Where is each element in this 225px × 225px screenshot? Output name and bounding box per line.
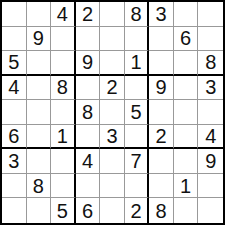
cell-r1c8[interactable] [174,2,199,27]
cell-r4c6[interactable] [125,76,150,101]
given-digit: 5 [57,201,68,221]
cell-r2c9[interactable] [198,27,223,52]
given-digit: 2 [156,126,167,146]
cell-r8c3[interactable] [51,174,76,199]
given-digit: 6 [82,201,93,221]
given-digit: 1 [180,176,191,196]
cell-r8c1[interactable] [2,174,27,199]
cell-r5c4[interactable]: 8 [76,100,101,125]
cell-r2c1[interactable] [2,27,27,52]
cell-r5c1[interactable] [2,100,27,125]
cell-r8c6[interactable] [125,174,150,199]
given-digit: 8 [156,201,167,221]
cell-r3c7[interactable] [149,51,174,76]
cell-r2c4[interactable] [76,27,101,52]
given-digit: 4 [57,4,68,24]
cell-r7c6[interactable]: 7 [125,149,150,174]
cell-r3c4[interactable]: 9 [76,51,101,76]
given-digit: 4 [82,151,93,171]
given-digit: 1 [57,126,68,146]
cell-r3c6[interactable]: 1 [125,51,150,76]
sudoku-grid: 42839659184829385613243479815628 [0,0,225,225]
cell-r4c3[interactable]: 8 [51,76,76,101]
cell-r2c7[interactable] [149,27,174,52]
cell-r6c8[interactable] [174,125,199,150]
cell-r8c5[interactable] [100,174,125,199]
given-digit: 8 [57,77,68,97]
cell-r4c7[interactable]: 9 [149,76,174,101]
given-digit: 3 [8,151,19,171]
cell-r7c4[interactable]: 4 [76,149,101,174]
given-digit: 3 [106,126,117,146]
given-digit: 9 [82,52,93,72]
given-digit: 8 [82,102,93,122]
cell-r2c6[interactable] [125,27,150,52]
cell-r9c1[interactable] [2,198,27,223]
cell-r5c6[interactable]: 5 [125,100,150,125]
cell-r1c1[interactable] [2,2,27,27]
cell-r6c2[interactable] [27,125,52,150]
cell-r2c5[interactable] [100,27,125,52]
cell-r1c2[interactable] [27,2,52,27]
given-digit: 5 [130,102,141,122]
cell-r7c3[interactable] [51,149,76,174]
cell-r8c4[interactable] [76,174,101,199]
cell-r9c4[interactable]: 6 [76,198,101,223]
cell-r6c9[interactable]: 4 [198,125,223,150]
given-digit: 3 [156,4,167,24]
cell-r3c9[interactable]: 8 [198,51,223,76]
cell-r5c9[interactable] [198,100,223,125]
cell-r3c1[interactable]: 5 [2,51,27,76]
cell-r9c8[interactable] [174,198,199,223]
cell-r3c5[interactable] [100,51,125,76]
cell-r7c7[interactable] [149,149,174,174]
cell-r9c2[interactable] [27,198,52,223]
cell-r9c3[interactable]: 5 [51,198,76,223]
given-digit: 9 [156,77,167,97]
cell-r1c7[interactable]: 3 [149,2,174,27]
cell-r8c7[interactable] [149,174,174,199]
cell-r4c9[interactable]: 3 [198,76,223,101]
given-digit: 4 [8,77,19,97]
cell-r5c3[interactable] [51,100,76,125]
cell-r6c4[interactable] [76,125,101,150]
cell-r3c3[interactable] [51,51,76,76]
cell-r6c1[interactable]: 6 [2,125,27,150]
cell-r5c7[interactable] [149,100,174,125]
cell-r7c1[interactable]: 3 [2,149,27,174]
given-digit: 7 [130,151,141,171]
cell-r4c5[interactable]: 2 [100,76,125,101]
sudoku-page: 42839659184829385613243479815628 [0,0,225,225]
given-digit: 6 [8,126,19,146]
cell-r4c2[interactable] [27,76,52,101]
cell-r9c7[interactable]: 8 [149,198,174,223]
cell-r4c1[interactable]: 4 [2,76,27,101]
given-digit: 9 [33,28,44,48]
cell-r7c9[interactable]: 9 [198,149,223,174]
given-digit: 1 [130,52,141,72]
cell-r5c5[interactable] [100,100,125,125]
given-digit: 5 [8,52,19,72]
given-digit: 3 [205,77,216,97]
cell-r9c5[interactable] [100,198,125,223]
cell-r9c9[interactable] [198,198,223,223]
given-digit: 2 [106,77,117,97]
given-digit: 4 [205,126,216,146]
cell-r4c8[interactable] [174,76,199,101]
cell-r6c7[interactable]: 2 [149,125,174,150]
cell-r1c3[interactable]: 4 [51,2,76,27]
cell-r9c6[interactable]: 2 [125,198,150,223]
cell-r6c6[interactable] [125,125,150,150]
cell-r1c4[interactable]: 2 [76,2,101,27]
cell-r3c8[interactable] [174,51,199,76]
cell-r8c2[interactable]: 8 [27,174,52,199]
cell-r1c9[interactable] [198,2,223,27]
cell-r7c5[interactable] [100,149,125,174]
given-digit: 2 [130,201,141,221]
cell-r5c8[interactable] [174,100,199,125]
cell-r5c2[interactable] [27,100,52,125]
cell-r8c9[interactable] [198,174,223,199]
cell-r1c6[interactable]: 8 [125,2,150,27]
cell-r2c2[interactable]: 9 [27,27,52,52]
given-digit: 9 [205,151,216,171]
cell-r1c5[interactable] [100,2,125,27]
cell-r3c2[interactable] [27,51,52,76]
cell-r2c8[interactable]: 6 [174,27,199,52]
cell-r6c5[interactable]: 3 [100,125,125,150]
cell-r4c4[interactable] [76,76,101,101]
cell-r8c8[interactable]: 1 [174,174,199,199]
given-digit: 8 [33,176,44,196]
given-digit: 6 [180,28,191,48]
given-digit: 2 [82,4,93,24]
cell-r2c3[interactable] [51,27,76,52]
cell-r6c3[interactable]: 1 [51,125,76,150]
cell-r7c2[interactable] [27,149,52,174]
given-digit: 8 [205,52,216,72]
given-digit: 8 [130,4,141,24]
cell-r7c8[interactable] [174,149,199,174]
